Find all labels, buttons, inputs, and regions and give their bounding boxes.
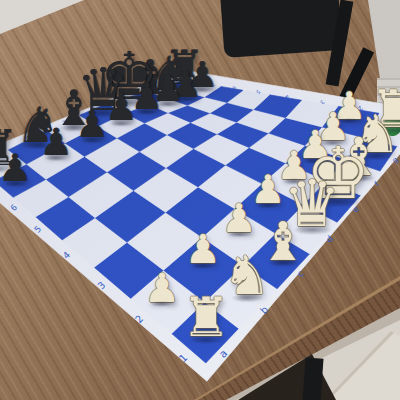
green-object (384, 116, 400, 136)
chess-board: aabbccddeeffgghh1122334455667788 (0, 0, 400, 400)
photo-scene: aabbccddeeffgghh1122334455667788 ♜♞♝♛♚♝♞… (0, 0, 400, 400)
file-label-d: d (324, 233, 335, 244)
board-sheen (0, 70, 400, 381)
